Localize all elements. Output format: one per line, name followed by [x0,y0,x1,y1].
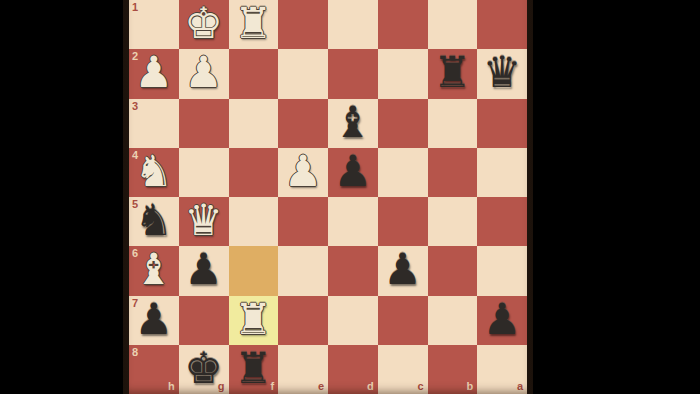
square-f1[interactable]: ♜ [229,0,279,49]
square-a8[interactable]: a [477,345,527,394]
file-label-b: b [467,381,474,392]
square-h7[interactable]: 7♟ [129,296,179,345]
square-c2[interactable] [378,49,428,98]
file-label-a: a [517,381,523,392]
square-a7[interactable]: ♟ [477,296,527,345]
chess-board: 1♚♜2♟♟♜♛3♝4♞♟♟5♞♛6♝♟♟7♟♜♟8hg♚f♜edcba [129,0,527,394]
square-b6[interactable] [428,246,478,295]
black-pawn-piece[interactable]: ♟ [135,295,174,344]
square-f8[interactable]: f♜ [229,345,279,394]
black-queen-piece[interactable]: ♛ [483,48,522,97]
board-frame: 1♚♜2♟♟♜♛3♝4♞♟♟5♞♛6♝♟♟7♟♜♟8hg♚f♜edcba [123,0,533,394]
white-pawn-piece[interactable]: ♟ [284,147,323,196]
square-a3[interactable] [477,99,527,148]
square-h5[interactable]: 5♞ [129,197,179,246]
square-a4[interactable] [477,148,527,197]
black-pawn-piece[interactable]: ♟ [483,295,522,344]
white-pawn-piece[interactable]: ♟ [184,48,223,97]
square-c8[interactable]: c [378,345,428,394]
white-knight-piece[interactable]: ♞ [135,147,174,196]
square-h8[interactable]: 8h [129,345,179,394]
white-queen-piece[interactable]: ♛ [184,196,223,245]
black-pawn-piece[interactable]: ♟ [383,245,422,294]
square-b3[interactable] [428,99,478,148]
black-king-piece[interactable]: ♚ [184,344,223,393]
black-pawn-piece[interactable]: ♟ [334,147,373,196]
file-label-e: e [318,381,324,392]
square-f4[interactable] [229,148,279,197]
square-c7[interactable] [378,296,428,345]
square-h4[interactable]: 4♞ [129,148,179,197]
square-b7[interactable] [428,296,478,345]
square-h1[interactable]: 1 [129,0,179,49]
white-bishop-piece[interactable]: ♝ [135,245,174,294]
square-g8[interactable]: g♚ [179,345,229,394]
rank-label-8: 8 [132,347,138,358]
black-pawn-piece[interactable]: ♟ [184,245,223,294]
square-d7[interactable] [328,296,378,345]
square-g7[interactable] [179,296,229,345]
square-g3[interactable] [179,99,229,148]
square-a2[interactable]: ♛ [477,49,527,98]
square-d1[interactable] [328,0,378,49]
rank-label-1: 1 [132,2,138,13]
square-a6[interactable] [477,246,527,295]
white-king-piece[interactable]: ♚ [184,0,223,48]
rank-label-3: 3 [132,101,138,112]
square-e6[interactable] [278,246,328,295]
square-c5[interactable] [378,197,428,246]
square-e2[interactable] [278,49,328,98]
black-knight-piece[interactable]: ♞ [135,196,174,245]
square-f5[interactable] [229,197,279,246]
square-f2[interactable] [229,49,279,98]
square-d4[interactable]: ♟ [328,148,378,197]
square-c6[interactable]: ♟ [378,246,428,295]
black-bishop-piece[interactable]: ♝ [334,98,373,147]
square-g1[interactable]: ♚ [179,0,229,49]
square-e1[interactable] [278,0,328,49]
square-e8[interactable]: e [278,345,328,394]
square-e3[interactable] [278,99,328,148]
file-label-d: d [367,381,374,392]
file-label-h: h [168,381,175,392]
square-f3[interactable] [229,99,279,148]
square-b2[interactable]: ♜ [428,49,478,98]
square-b8[interactable]: b [428,345,478,394]
black-rook-piece[interactable]: ♜ [433,48,472,97]
black-rook-piece[interactable]: ♜ [234,344,273,393]
square-g4[interactable] [179,148,229,197]
square-e5[interactable] [278,197,328,246]
square-d2[interactable] [328,49,378,98]
square-g5[interactable]: ♛ [179,197,229,246]
square-b5[interactable] [428,197,478,246]
square-c1[interactable] [378,0,428,49]
square-e7[interactable] [278,296,328,345]
square-g6[interactable]: ♟ [179,246,229,295]
square-a1[interactable] [477,0,527,49]
file-label-c: c [417,381,423,392]
square-c3[interactable] [378,99,428,148]
app-screen: 1♚♜2♟♟♜♛3♝4♞♟♟5♞♛6♝♟♟7♟♜♟8hg♚f♜edcba [0,0,700,394]
square-g2[interactable]: ♟ [179,49,229,98]
square-e4[interactable]: ♟ [278,148,328,197]
square-b4[interactable] [428,148,478,197]
square-h3[interactable]: 3 [129,99,179,148]
square-h2[interactable]: 2♟ [129,49,179,98]
square-d6[interactable] [328,246,378,295]
square-d5[interactable] [328,197,378,246]
square-d3[interactable]: ♝ [328,99,378,148]
square-d8[interactable]: d [328,345,378,394]
white-pawn-piece[interactable]: ♟ [135,48,174,97]
square-b1[interactable] [428,0,478,49]
square-f6[interactable] [229,246,279,295]
white-rook-piece[interactable]: ♜ [234,295,273,344]
white-rook-piece[interactable]: ♜ [234,0,273,48]
square-f7[interactable]: ♜ [229,296,279,345]
square-h6[interactable]: 6♝ [129,246,179,295]
square-c4[interactable] [378,148,428,197]
square-a5[interactable] [477,197,527,246]
